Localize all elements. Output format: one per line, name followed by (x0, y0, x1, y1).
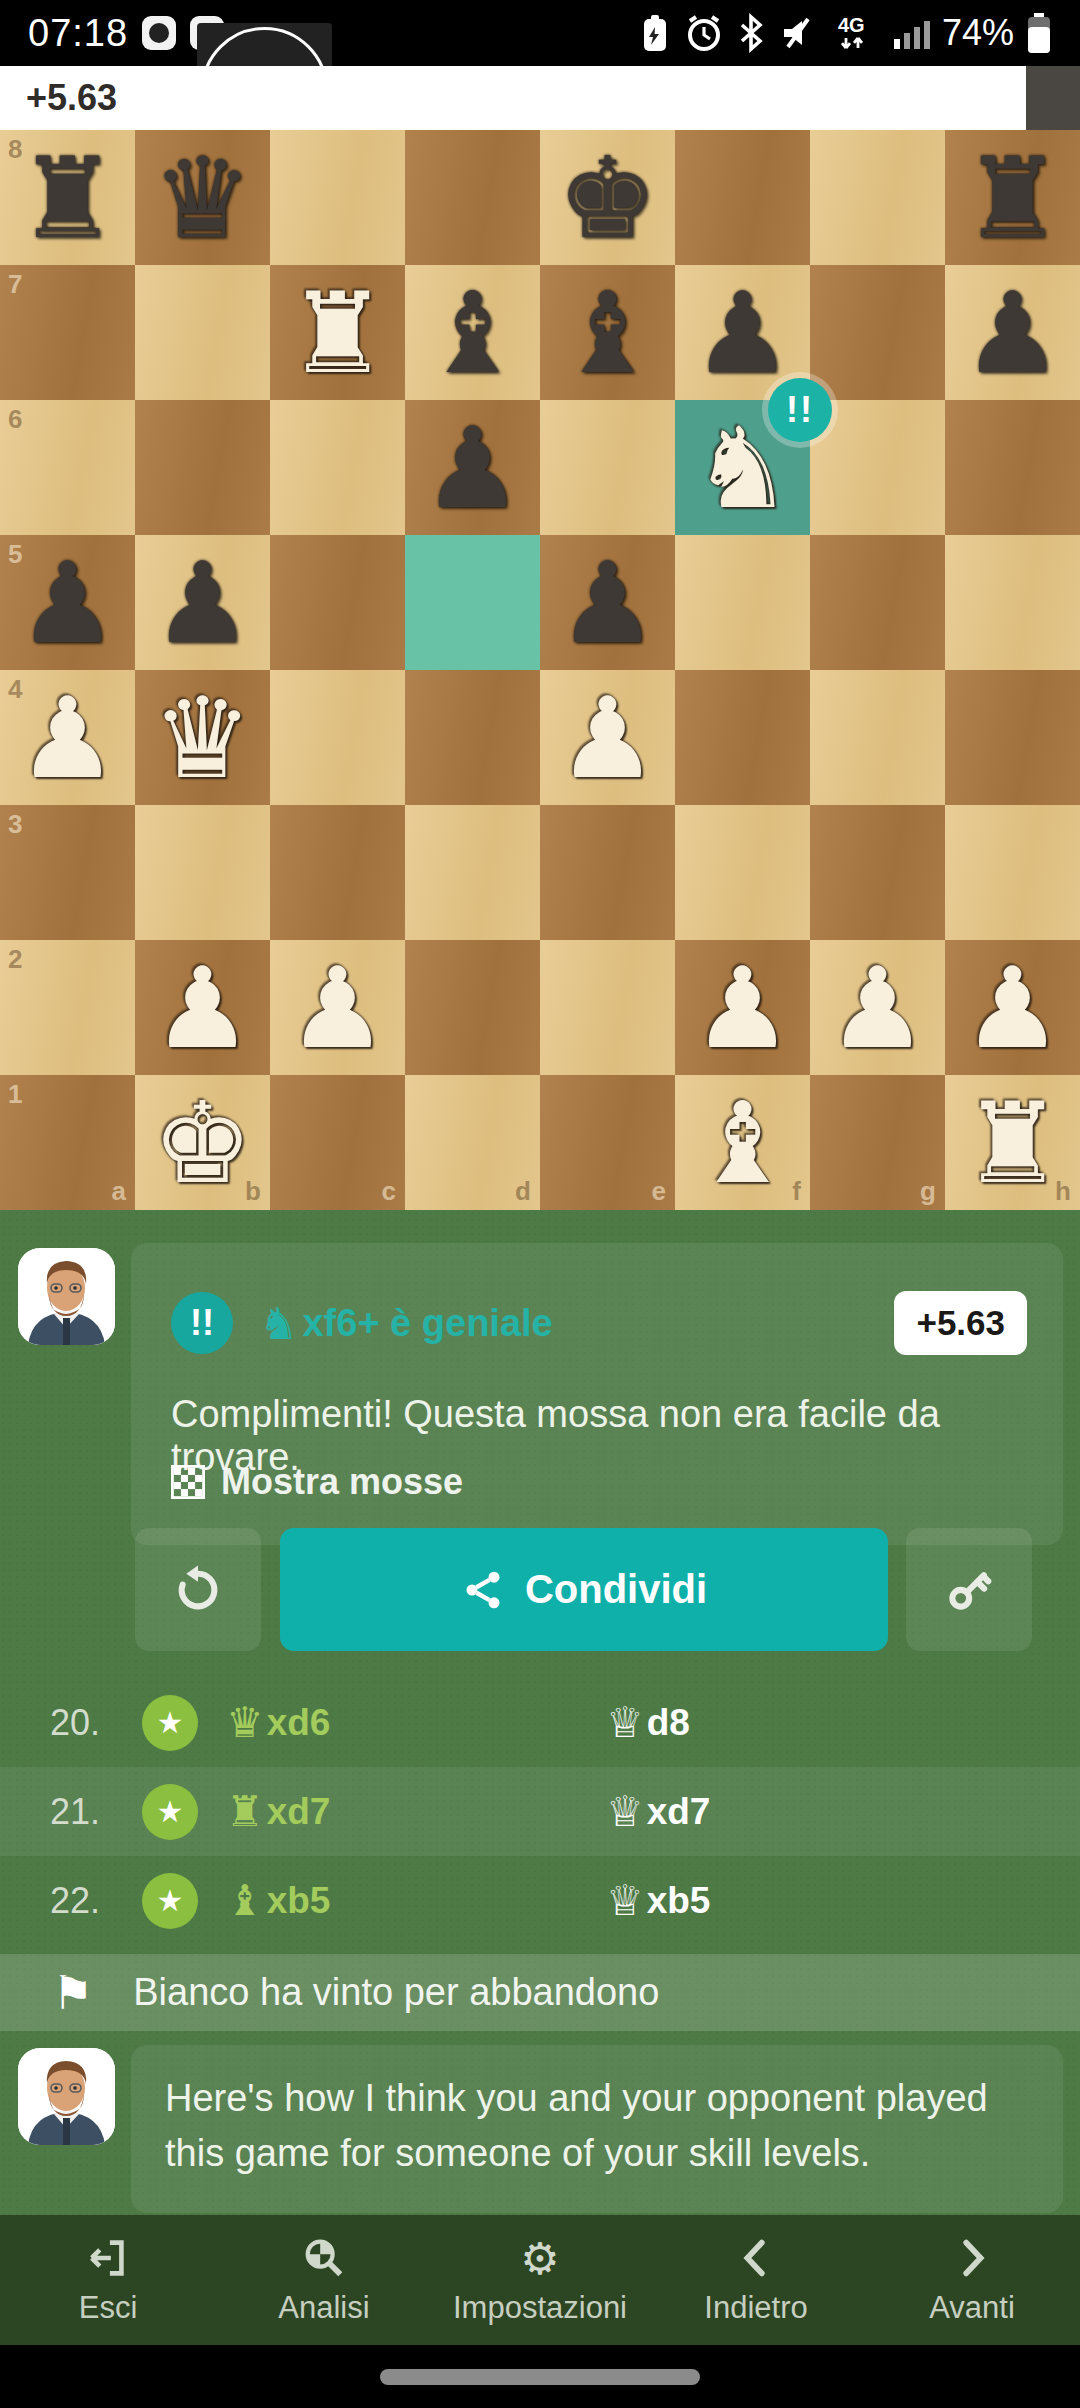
square-c3[interactable] (270, 805, 405, 940)
black-bishop-d7[interactable]: ♝ (405, 265, 540, 400)
brilliant-badge: !! (768, 378, 832, 442)
nav-analysis-label: Analisi (278, 2290, 369, 2326)
square-h2[interactable]: ♟ (945, 940, 1080, 1075)
black-pawn-a5[interactable]: ♟ (0, 535, 135, 670)
white-pawn-a4[interactable]: ♟ (0, 670, 135, 805)
evaluation-bar: +5.63 (0, 66, 1080, 130)
white-rook-h1[interactable]: ♜ (945, 1075, 1080, 1210)
file-label-g: g (920, 1178, 936, 1204)
chess-board[interactable]: 8♜♛♚♜7♜♝♝♟♟6♟♞5♟♟♟4♟♛♟32♟♟♟♟♟1ab♚cdef♝gh… (0, 130, 1080, 1210)
white-king-b1[interactable]: ♚ (135, 1075, 270, 1210)
battery-saver-icon (638, 13, 672, 53)
move-row-21[interactable]: 21.★♜xd7♕xd7 (0, 1767, 1080, 1856)
square-h3[interactable] (945, 805, 1080, 940)
square-h7[interactable]: ♟ (945, 265, 1080, 400)
square-c4[interactable] (270, 670, 405, 805)
square-g2[interactable]: ♟ (810, 940, 945, 1075)
exit-icon (85, 2234, 131, 2282)
show-moves-button[interactable]: Mostra mosse (171, 1461, 463, 1503)
square-e1[interactable]: e (540, 1075, 675, 1210)
black-move[interactable]: ♕xb5 (606, 1876, 710, 1925)
square-b2[interactable]: ♟ (135, 940, 270, 1075)
key-button[interactable] (906, 1528, 1032, 1651)
black-rook-h8[interactable]: ♜ (945, 130, 1080, 265)
black-queen-b8[interactable]: ♛ (135, 130, 270, 265)
network-4g-icon: 4G (830, 12, 878, 54)
eval-badge: +5.63 (894, 1291, 1027, 1355)
nav-back-label: Indietro (704, 2290, 807, 2326)
white-piece-icon: ♝ (226, 1876, 264, 1925)
coach-avatar-2 (18, 2048, 115, 2145)
share-label: Condividi (525, 1567, 707, 1612)
square-f8[interactable] (675, 130, 810, 265)
black-pawn-b5[interactable]: ♟ (135, 535, 270, 670)
black-bishop-e7[interactable]: ♝ (540, 265, 675, 400)
black-piece-icon: ♕ (606, 1876, 644, 1925)
square-b7[interactable] (135, 265, 270, 400)
white-pawn-g2[interactable]: ♟ (810, 940, 945, 1075)
square-g4[interactable] (810, 670, 945, 805)
square-g8[interactable] (810, 130, 945, 265)
square-d5[interactable] (405, 535, 540, 670)
analysis-panel: !! ♞ xf6+ è geniale +5.63 Complimenti! Q… (0, 1210, 1080, 2215)
square-e8[interactable]: ♚ (540, 130, 675, 265)
square-d6[interactable]: ♟ (405, 400, 540, 535)
square-f4[interactable] (675, 670, 810, 805)
coach-summary-bubble: Here's how I think you and your opponent… (131, 2045, 1063, 2213)
move-headline: ♞ xf6+ è geniale (259, 1298, 553, 1349)
white-rook-c7[interactable]: ♜ (270, 265, 405, 400)
nav-settings[interactable]: ⚙ Impostazioni (432, 2215, 648, 2345)
chevron-right-icon (949, 2234, 995, 2282)
square-c6[interactable] (270, 400, 405, 535)
square-a5[interactable]: 5♟ (0, 535, 135, 670)
white-move[interactable]: ♜xd7 (226, 1787, 606, 1836)
square-d7[interactable]: ♝ (405, 265, 540, 400)
best-move-star-icon: ★ (142, 1873, 198, 1929)
show-moves-label: Mostra mosse (221, 1461, 463, 1503)
white-pawn-e4[interactable]: ♟ (540, 670, 675, 805)
svg-text:4G: 4G (838, 14, 865, 36)
black-move[interactable]: ♕xd7 (606, 1787, 710, 1836)
black-move[interactable]: ♕d8 (606, 1698, 690, 1747)
square-c8[interactable] (270, 130, 405, 265)
square-f1[interactable]: f♝ (675, 1075, 810, 1210)
square-b6[interactable] (135, 400, 270, 535)
app-notification-icon-1 (142, 16, 176, 50)
key-icon (929, 1550, 1008, 1629)
white-pawn-h2[interactable]: ♟ (945, 940, 1080, 1075)
square-a8[interactable]: 8♜ (0, 130, 135, 265)
black-pawn-h7[interactable]: ♟ (945, 265, 1080, 400)
square-b5[interactable]: ♟ (135, 535, 270, 670)
move-row-20[interactable]: 20.★♛xd6♕d8 (0, 1678, 1080, 1767)
move-number: 21. (50, 1791, 128, 1833)
best-move-star-icon: ★ (142, 1784, 198, 1840)
square-d4[interactable] (405, 670, 540, 805)
nav-forward[interactable]: Avanti (864, 2215, 1080, 2345)
clock-time: 07:18 (28, 12, 128, 55)
rank-label-2: 2 (8, 946, 22, 972)
white-pawn-f2[interactable]: ♟ (675, 940, 810, 1075)
square-b8[interactable]: ♛ (135, 130, 270, 265)
square-e3[interactable] (540, 805, 675, 940)
white-piece-icon: ♛ (226, 1698, 264, 1747)
square-e6[interactable] (540, 400, 675, 535)
share-icon (461, 1568, 505, 1612)
square-a6[interactable]: 6 (0, 400, 135, 535)
square-f3[interactable] (675, 805, 810, 940)
square-h5[interactable] (945, 535, 1080, 670)
square-a7[interactable]: 7 (0, 265, 135, 400)
square-d3[interactable] (405, 805, 540, 940)
knight-icon: ♞ (259, 1298, 298, 1349)
move-row-22[interactable]: 22.★♝xb5♕xb5 (0, 1856, 1080, 1945)
white-piece-icon: ♜ (226, 1787, 264, 1836)
square-f5[interactable] (675, 535, 810, 670)
square-e5[interactable]: ♟ (540, 535, 675, 670)
white-pawn-c2[interactable]: ♟ (270, 940, 405, 1075)
square-e4[interactable]: ♟ (540, 670, 675, 805)
nav-exit-label: Esci (79, 2290, 138, 2326)
square-g3[interactable] (810, 805, 945, 940)
retry-icon (170, 1562, 226, 1618)
black-pawn-e5[interactable]: ♟ (540, 535, 675, 670)
white-pawn-b2[interactable]: ♟ (135, 940, 270, 1075)
square-a3[interactable]: 3 (0, 805, 135, 940)
file-label-d: d (515, 1178, 531, 1204)
square-h8[interactable]: ♜ (945, 130, 1080, 265)
move-headline-text: xf6+ è geniale (302, 1302, 552, 1345)
move-number: 22. (50, 1880, 128, 1922)
share-button[interactable]: Condividi (280, 1528, 888, 1651)
evaluation-score: +5.63 (26, 77, 117, 119)
square-g7[interactable] (810, 265, 945, 400)
file-label-c: c (382, 1178, 396, 1204)
signal-bars-icon (890, 13, 930, 53)
square-b4[interactable]: ♛ (135, 670, 270, 805)
move-list: 20.★♛xd6♕d821.★♜xd7♕xd722.★♝xb5♕xb5 (0, 1678, 1080, 1945)
mute-icon (778, 13, 818, 53)
move-number: 20. (50, 1702, 128, 1744)
nav-exit[interactable]: Esci (0, 2215, 216, 2345)
game-result-banner: ⚑ Bianco ha vinto per abbandono (0, 1954, 1080, 2031)
square-c2[interactable]: ♟ (270, 940, 405, 1075)
flag-icon: ⚑ (52, 1966, 93, 2020)
square-c5[interactable] (270, 535, 405, 670)
nav-forward-label: Avanti (929, 2290, 1015, 2326)
bottom-nav: Esci Analisi ⚙ Impostazioni Indietro Ava… (0, 2215, 1080, 2345)
rank-label-7: 7 (8, 271, 22, 297)
square-h1[interactable]: h♜ (945, 1075, 1080, 1210)
retry-button[interactable] (135, 1528, 261, 1651)
square-c1[interactable]: c (270, 1075, 405, 1210)
square-g1[interactable]: g (810, 1075, 945, 1210)
coach-summary-text: Here's how I think you and your opponent… (131, 2045, 1063, 2207)
brilliant-move-icon: !! (171, 1292, 233, 1354)
nav-settings-label: Impostazioni (453, 2290, 627, 2326)
square-e7[interactable]: ♝ (540, 265, 675, 400)
white-queen-b4[interactable]: ♛ (135, 670, 270, 805)
rank-label-1: 1 (8, 1081, 22, 1107)
chevron-left-icon (733, 2234, 779, 2282)
square-d1[interactable]: d (405, 1075, 540, 1210)
gear-icon: ⚙ (520, 2234, 559, 2282)
battery-percent: 74% (942, 12, 1014, 54)
rank-label-3: 3 (8, 811, 22, 837)
white-move[interactable]: ♝xb5 (226, 1876, 606, 1925)
gesture-bar (0, 2345, 1080, 2408)
game-result-text: Bianco ha vinto per abbandono (133, 1971, 659, 2014)
bluetooth-icon (736, 13, 766, 53)
square-h6[interactable] (945, 400, 1080, 535)
square-d2[interactable] (405, 940, 540, 1075)
square-a1[interactable]: 1a (0, 1075, 135, 1210)
best-move-star-icon: ★ (142, 1695, 198, 1751)
black-king-e8[interactable]: ♚ (540, 130, 675, 265)
square-h4[interactable] (945, 670, 1080, 805)
black-piece-icon: ♕ (606, 1698, 644, 1747)
square-b1[interactable]: b♚ (135, 1075, 270, 1210)
square-c7[interactable]: ♜ (270, 265, 405, 400)
white-move[interactable]: ♛xd6 (226, 1698, 606, 1747)
file-label-a: a (112, 1178, 126, 1204)
coach-avatar (18, 1248, 115, 1345)
square-f2[interactable]: ♟ (675, 940, 810, 1075)
black-rook-a8[interactable]: ♜ (0, 130, 135, 265)
white-bishop-f1[interactable]: ♝ (675, 1075, 810, 1210)
square-a2[interactable]: 2 (0, 940, 135, 1075)
evaluation-black-share (1026, 66, 1080, 130)
alarm-icon (684, 13, 724, 53)
battery-icon (1026, 11, 1052, 55)
coach-comment-bubble: !! ♞ xf6+ è geniale +5.63 Complimenti! Q… (131, 1243, 1063, 1545)
black-piece-icon: ♕ (606, 1787, 644, 1836)
checkerboard-icon (171, 1465, 205, 1499)
app-notification-icon-2 (190, 16, 224, 50)
square-g5[interactable] (810, 535, 945, 670)
rank-label-6: 6 (8, 406, 22, 432)
square-a4[interactable]: 4♟ (0, 670, 135, 805)
square-b3[interactable] (135, 805, 270, 940)
analysis-icon (301, 2234, 347, 2282)
nav-analysis[interactable]: Analisi (216, 2215, 432, 2345)
file-label-e: e (652, 1178, 666, 1204)
nav-back[interactable]: Indietro (648, 2215, 864, 2345)
status-bar: 07:18 4G 74% (0, 0, 1080, 66)
square-d8[interactable] (405, 130, 540, 265)
black-pawn-d6[interactable]: ♟ (405, 400, 540, 535)
square-e2[interactable] (540, 940, 675, 1075)
home-indicator[interactable] (380, 2369, 700, 2385)
